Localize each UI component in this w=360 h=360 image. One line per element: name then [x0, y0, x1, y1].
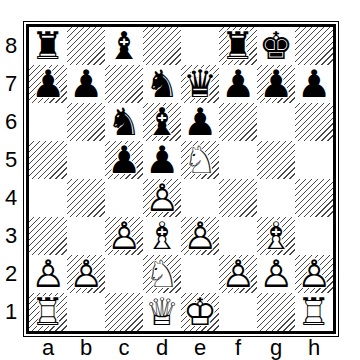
- square-a1[interactable]: ♜♖: [29, 293, 67, 331]
- square-d6[interactable]: ♝♝: [143, 103, 181, 141]
- file-label-e: e: [181, 335, 219, 360]
- square-a7[interactable]: ♟♟: [29, 65, 67, 103]
- piece-white-pawn: ♟♙: [105, 217, 143, 255]
- square-g7[interactable]: ♟♟: [257, 65, 295, 103]
- piece-glyph: ♟: [67, 65, 105, 103]
- chess-diagram: 87654321 ♜♜♝♝♜♜♚♚♟♟♟♟♞♞♛♛♟♟♟♟♟♟♞♞♝♝♟♟♟♟♟…: [0, 0, 360, 360]
- piece-black-queen: ♛♛: [181, 65, 219, 103]
- board-grid: ♜♜♝♝♜♜♚♚♟♟♟♟♞♞♛♛♟♟♟♟♟♟♞♞♝♝♟♟♟♟♟♟♞♘♟♙♟♙♝♗…: [26, 24, 336, 334]
- square-c5[interactable]: ♟♟: [105, 141, 143, 179]
- rank-label-3: 3: [0, 217, 22, 255]
- file-label-a: a: [29, 335, 67, 360]
- square-h1[interactable]: ♜♖: [295, 293, 333, 331]
- square-b6[interactable]: [67, 103, 105, 141]
- square-c8[interactable]: ♝♝: [105, 27, 143, 65]
- square-e6[interactable]: ♟♟: [181, 103, 219, 141]
- piece-glyph: ♛: [181, 65, 219, 103]
- square-a6[interactable]: [29, 103, 67, 141]
- piece-glyph: ♙: [67, 255, 105, 293]
- square-f2[interactable]: ♟♙: [219, 255, 257, 293]
- piece-black-pawn: ♟♟: [257, 65, 295, 103]
- piece-glyph: ♚: [257, 27, 295, 65]
- rank-label-2: 2: [0, 255, 22, 293]
- chess-board: ♜♜♝♝♜♜♚♚♟♟♟♟♞♞♛♛♟♟♟♟♟♟♞♞♝♝♟♟♟♟♟♟♞♘♟♙♟♙♝♗…: [23, 21, 339, 337]
- piece-white-pawn: ♟♙: [181, 217, 219, 255]
- piece-black-pawn: ♟♟: [67, 65, 105, 103]
- file-label-h: h: [295, 335, 333, 360]
- square-e1[interactable]: ♚♔: [181, 293, 219, 331]
- square-f6[interactable]: [219, 103, 257, 141]
- square-b8[interactable]: [67, 27, 105, 65]
- piece-glyph: ♘: [143, 255, 181, 293]
- square-g1[interactable]: [257, 293, 295, 331]
- square-g8[interactable]: ♚♚: [257, 27, 295, 65]
- square-h4[interactable]: [295, 179, 333, 217]
- piece-black-pawn: ♟♟: [219, 65, 257, 103]
- rank-label-1: 1: [0, 293, 22, 331]
- piece-white-pawn: ♟♙: [143, 179, 181, 217]
- piece-white-rook: ♜♖: [295, 293, 333, 331]
- piece-black-pawn: ♟♟: [105, 141, 143, 179]
- piece-black-rook: ♜♜: [29, 27, 67, 65]
- piece-glyph: ♟: [29, 65, 67, 103]
- piece-glyph: ♙: [295, 255, 333, 293]
- piece-glyph: ♟: [219, 65, 257, 103]
- rank-labels: 87654321: [0, 27, 22, 331]
- piece-white-bishop: ♝♗: [143, 217, 181, 255]
- square-c4[interactable]: [105, 179, 143, 217]
- rank-label-4: 4: [0, 179, 22, 217]
- piece-black-pawn: ♟♟: [29, 65, 67, 103]
- piece-white-pawn: ♟♙: [67, 255, 105, 293]
- file-label-c: c: [105, 335, 143, 360]
- piece-glyph: ♞: [143, 65, 181, 103]
- square-d8[interactable]: [143, 27, 181, 65]
- piece-white-rook: ♜♖: [29, 293, 67, 331]
- piece-white-pawn: ♟♙: [219, 255, 257, 293]
- square-f1[interactable]: [219, 293, 257, 331]
- rank-label-7: 7: [0, 65, 22, 103]
- square-e7[interactable]: ♛♛: [181, 65, 219, 103]
- square-d1[interactable]: ♛♕: [143, 293, 181, 331]
- piece-glyph: ♗: [143, 217, 181, 255]
- piece-glyph: ♝: [143, 103, 181, 141]
- square-g6[interactable]: [257, 103, 295, 141]
- square-h3[interactable]: [295, 217, 333, 255]
- square-e5[interactable]: ♞♘: [181, 141, 219, 179]
- square-d4[interactable]: ♟♙: [143, 179, 181, 217]
- square-g2[interactable]: ♟♙: [257, 255, 295, 293]
- piece-white-pawn: ♟♙: [29, 255, 67, 293]
- piece-white-bishop: ♝♗: [257, 217, 295, 255]
- square-c2[interactable]: [105, 255, 143, 293]
- piece-white-king: ♚♔: [181, 293, 219, 331]
- square-c3[interactable]: ♟♙: [105, 217, 143, 255]
- piece-glyph: ♝: [105, 27, 143, 65]
- piece-glyph: ♟: [105, 141, 143, 179]
- square-b3[interactable]: [67, 217, 105, 255]
- piece-glyph: ♞: [105, 103, 143, 141]
- piece-glyph: ♙: [105, 217, 143, 255]
- square-a8[interactable]: ♜♜: [29, 27, 67, 65]
- piece-glyph: ♖: [29, 293, 67, 331]
- square-g3[interactable]: ♝♗: [257, 217, 295, 255]
- piece-glyph: ♜: [219, 27, 257, 65]
- piece-glyph: ♙: [29, 255, 67, 293]
- square-f8[interactable]: ♜♜: [219, 27, 257, 65]
- piece-black-knight: ♞♞: [143, 65, 181, 103]
- piece-glyph: ♖: [295, 293, 333, 331]
- piece-white-pawn: ♟♙: [257, 255, 295, 293]
- piece-glyph: ♙: [181, 217, 219, 255]
- square-f3[interactable]: [219, 217, 257, 255]
- piece-glyph: ♕: [143, 293, 181, 331]
- piece-glyph: ♗: [257, 217, 295, 255]
- piece-glyph: ♔: [181, 293, 219, 331]
- file-labels: abcdefgh: [29, 335, 333, 360]
- square-a4[interactable]: [29, 179, 67, 217]
- piece-glyph: ♘: [181, 141, 219, 179]
- file-label-b: b: [67, 335, 105, 360]
- square-g5[interactable]: [257, 141, 295, 179]
- square-a5[interactable]: [29, 141, 67, 179]
- piece-black-pawn: ♟♟: [181, 103, 219, 141]
- file-label-d: d: [143, 335, 181, 360]
- square-h8[interactable]: [295, 27, 333, 65]
- square-e8[interactable]: [181, 27, 219, 65]
- piece-black-bishop: ♝♝: [143, 103, 181, 141]
- square-d5[interactable]: ♟♟: [143, 141, 181, 179]
- square-d2[interactable]: ♞♘: [143, 255, 181, 293]
- piece-glyph: ♟: [257, 65, 295, 103]
- square-d3[interactable]: ♝♗: [143, 217, 181, 255]
- piece-white-pawn: ♟♙: [295, 255, 333, 293]
- piece-black-pawn: ♟♟: [295, 65, 333, 103]
- rank-label-8: 8: [0, 27, 22, 65]
- square-d7[interactable]: ♞♞: [143, 65, 181, 103]
- square-b4[interactable]: [67, 179, 105, 217]
- piece-black-pawn: ♟♟: [143, 141, 181, 179]
- square-g4[interactable]: [257, 179, 295, 217]
- square-b2[interactable]: ♟♙: [67, 255, 105, 293]
- file-label-f: f: [219, 335, 257, 360]
- rank-label-5: 5: [0, 141, 22, 179]
- piece-glyph: ♟: [143, 141, 181, 179]
- square-h7[interactable]: ♟♟: [295, 65, 333, 103]
- square-h6[interactable]: [295, 103, 333, 141]
- piece-glyph: ♜: [29, 27, 67, 65]
- piece-glyph: ♙: [143, 179, 181, 217]
- rank-label-6: 6: [0, 103, 22, 141]
- piece-black-knight: ♞♞: [105, 103, 143, 141]
- piece-glyph: ♟: [295, 65, 333, 103]
- square-b1[interactable]: [67, 293, 105, 331]
- square-e4[interactable]: [181, 179, 219, 217]
- square-e3[interactable]: ♟♙: [181, 217, 219, 255]
- piece-black-rook: ♜♜: [219, 27, 257, 65]
- square-f7[interactable]: ♟♟: [219, 65, 257, 103]
- piece-glyph: ♙: [257, 255, 295, 293]
- piece-black-king: ♚♚: [257, 27, 295, 65]
- square-b7[interactable]: ♟♟: [67, 65, 105, 103]
- square-f4[interactable]: [219, 179, 257, 217]
- file-label-g: g: [257, 335, 295, 360]
- square-h2[interactable]: ♟♙: [295, 255, 333, 293]
- square-h5[interactable]: [295, 141, 333, 179]
- piece-black-bishop: ♝♝: [105, 27, 143, 65]
- piece-white-knight: ♞♘: [181, 141, 219, 179]
- piece-white-knight: ♞♘: [143, 255, 181, 293]
- square-c6[interactable]: ♞♞: [105, 103, 143, 141]
- square-b5[interactable]: [67, 141, 105, 179]
- piece-glyph: ♟: [181, 103, 219, 141]
- piece-glyph: ♙: [219, 255, 257, 293]
- piece-white-queen: ♛♕: [143, 293, 181, 331]
- square-a3[interactable]: [29, 217, 67, 255]
- square-c1[interactable]: [105, 293, 143, 331]
- square-c7[interactable]: [105, 65, 143, 103]
- square-e2[interactable]: [181, 255, 219, 293]
- square-f5[interactable]: [219, 141, 257, 179]
- square-a2[interactable]: ♟♙: [29, 255, 67, 293]
